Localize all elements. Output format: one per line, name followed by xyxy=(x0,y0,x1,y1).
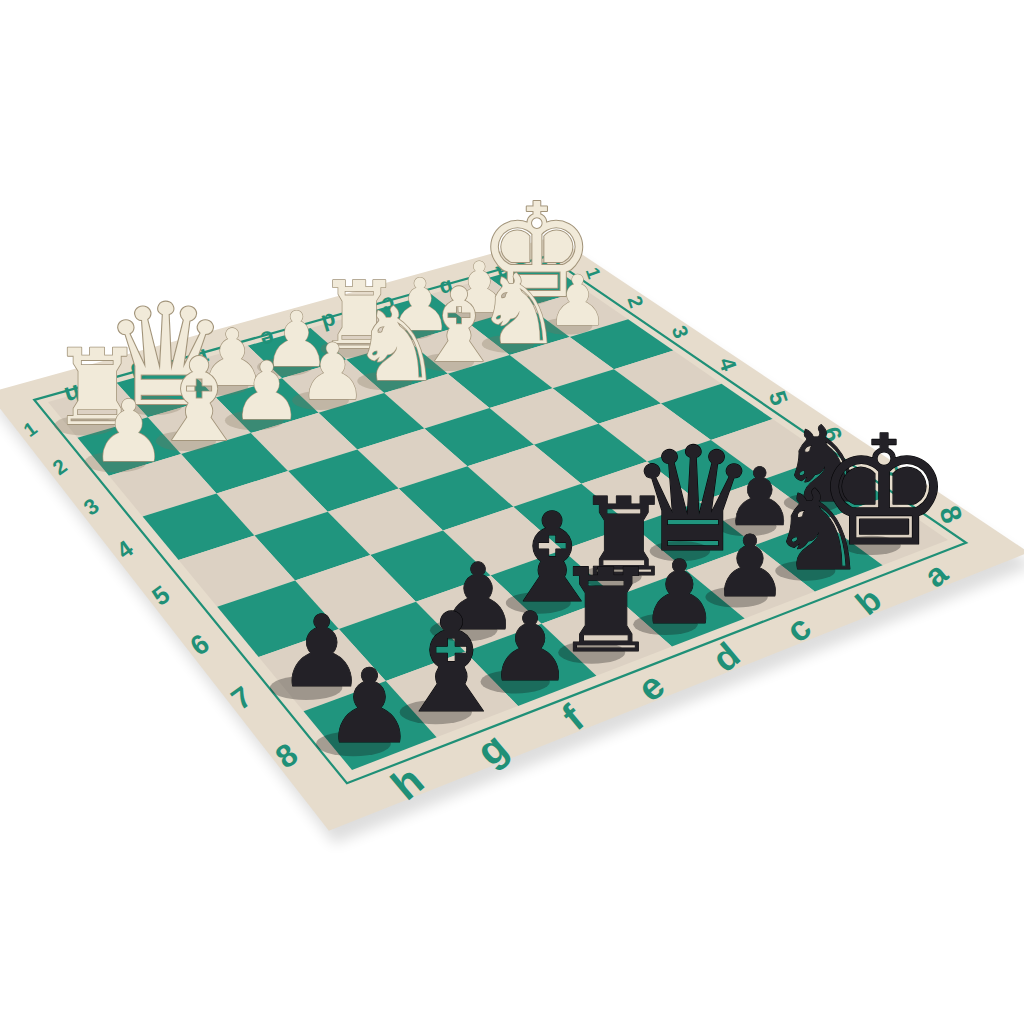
piece-black-pawn-h8[interactable]: ♟ xyxy=(323,647,415,766)
chessboard-photo: 1234567812345678hgfedcbahgfedcba♚♟♟♟♞♜♝♟… xyxy=(0,0,1024,1024)
piece-black-pawn-c8[interactable]: ♟ xyxy=(712,517,788,616)
piece-white-pawn-e2[interactable]: ♟ xyxy=(298,327,368,417)
piece-white-pawn-h2[interactable]: ♟ xyxy=(91,382,167,481)
